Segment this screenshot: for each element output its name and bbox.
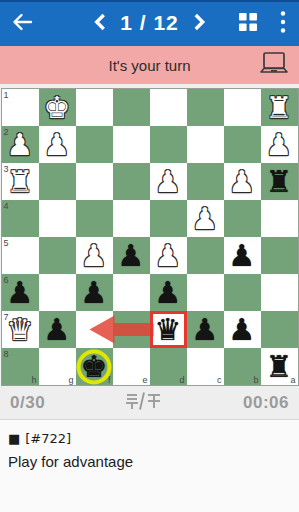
square-e5[interactable]: ♟ xyxy=(113,237,150,274)
piece-wK-g1: ♚ xyxy=(39,89,76,126)
square-h6[interactable]: 6♟ xyxy=(2,274,39,311)
puzzle-pager: 1 / 12 xyxy=(91,0,208,46)
square-e1[interactable] xyxy=(113,89,150,126)
piece-wP-f5: ♟ xyxy=(76,237,113,274)
piece-wP-a2: ♟ xyxy=(261,126,298,163)
square-d4[interactable] xyxy=(150,200,187,237)
square-b2[interactable] xyxy=(224,126,261,163)
app-bar: 1 / 12 xyxy=(0,0,299,46)
square-a2[interactable]: ♟ xyxy=(261,126,298,163)
square-c3[interactable] xyxy=(187,163,224,200)
next-puzzle-button[interactable] xyxy=(192,13,208,33)
piece-wP-c4: ♟ xyxy=(187,200,224,237)
piece-bP-b7: ♟ xyxy=(224,311,261,348)
square-d1[interactable] xyxy=(150,89,187,126)
square-e3[interactable] xyxy=(113,163,150,200)
puzzle-counter: 1 / 12 xyxy=(120,11,179,35)
square-e7[interactable] xyxy=(113,311,150,348)
square-h5[interactable]: 5 xyxy=(2,237,39,274)
piece-bR-a8: ♜ xyxy=(261,348,298,385)
square-g7[interactable]: ♟ xyxy=(39,311,76,348)
square-a7[interactable] xyxy=(261,311,298,348)
piece-wP-b3: ♟ xyxy=(224,163,261,200)
board-frame: 1♚♜2♟♟♟3♜♟♟♜4♟5♟♟♟♟6♟♟♟7♛♟♛♟♟8hgf♚edcba♜ xyxy=(1,88,299,386)
square-e2[interactable] xyxy=(113,126,150,163)
square-b7[interactable]: ♟ xyxy=(224,311,261,348)
turn-banner-text: It's your turn xyxy=(108,57,190,74)
square-b4[interactable] xyxy=(224,200,261,237)
previous-puzzle-button[interactable] xyxy=(91,13,107,33)
square-b8[interactable]: b xyxy=(224,348,261,385)
app-bar-actions xyxy=(235,0,293,46)
back-button[interactable] xyxy=(8,9,36,37)
piece-bP-b5: ♟ xyxy=(224,237,261,274)
square-d7[interactable]: ♛ xyxy=(150,311,187,348)
piece-wR-h3: ♜ xyxy=(2,163,39,200)
piece-bR-a3: ♜ xyxy=(261,163,298,200)
piece-wP-h2: ♟ xyxy=(2,126,39,163)
puzzle-task: Play for advantage xyxy=(8,453,291,470)
turn-banner: It's your turn xyxy=(0,46,299,84)
square-a3[interactable]: ♜ xyxy=(261,163,298,200)
rank-label-8: 8 xyxy=(4,349,9,359)
piece-bP-c7: ♟ xyxy=(187,311,224,348)
puzzle-id: [#722] xyxy=(25,431,71,446)
piece-wP-d3: ♟ xyxy=(150,163,187,200)
square-c4[interactable]: ♟ xyxy=(187,200,224,237)
square-h2[interactable]: 2♟ xyxy=(2,126,39,163)
square-f7[interactable] xyxy=(76,311,113,348)
square-f2[interactable] xyxy=(76,126,113,163)
piece-wP-d5: ♟ xyxy=(150,237,187,274)
file-label-g: g xyxy=(68,375,73,385)
bottom-status-bar: 0/30 00:06 xyxy=(0,386,299,420)
piece-bP-d6: ♟ xyxy=(150,274,187,311)
square-d3[interactable]: ♟ xyxy=(150,163,187,200)
piece-wP-g2: ♟ xyxy=(39,126,76,163)
square-b5[interactable]: ♟ xyxy=(224,237,261,274)
info-panel: ■ [#722] Play for advantage xyxy=(0,420,299,512)
square-d8[interactable]: d xyxy=(150,348,187,385)
square-g2[interactable]: ♟ xyxy=(39,126,76,163)
square-g8[interactable]: g xyxy=(39,348,76,385)
file-label-b: b xyxy=(253,375,258,385)
file-label-d: d xyxy=(179,375,184,385)
file-label-c: c xyxy=(217,375,222,385)
piece-bP-e5: ♟ xyxy=(113,237,150,274)
arrow-left-icon xyxy=(9,9,35,38)
grid-icon xyxy=(239,13,257,34)
piece-bK-f8: ♚ xyxy=(76,348,113,385)
square-h8[interactable]: 8h xyxy=(2,348,39,385)
square-f6[interactable]: ♟ xyxy=(76,274,113,311)
rank-label-1: 1 xyxy=(4,90,9,100)
puzzle-id-line: ■ [#722] xyxy=(8,431,291,446)
square-d6[interactable]: ♟ xyxy=(150,274,187,311)
piece-bP-f6: ♟ xyxy=(76,274,113,311)
square-f5[interactable]: ♟ xyxy=(76,237,113,274)
square-a1[interactable]: ♜ xyxy=(261,89,298,126)
square-g5[interactable] xyxy=(39,237,76,274)
square-f4[interactable] xyxy=(76,200,113,237)
square-b1[interactable] xyxy=(224,89,261,126)
square-c2[interactable] xyxy=(187,126,224,163)
square-c5[interactable] xyxy=(187,237,224,274)
chevron-left-icon xyxy=(92,12,106,35)
square-b6[interactable] xyxy=(224,274,261,311)
square-e4[interactable] xyxy=(113,200,150,237)
square-c6[interactable] xyxy=(187,274,224,311)
square-a4[interactable] xyxy=(261,200,298,237)
chess-board: 1♚♜2♟♟♟3♜♟♟♜4♟5♟♟♟♟6♟♟♟7♛♟♛♟♟8hgf♚edcba♜ xyxy=(2,89,298,385)
laptop-icon[interactable] xyxy=(258,50,290,84)
square-f1[interactable] xyxy=(76,89,113,126)
square-e6[interactable] xyxy=(113,274,150,311)
score-counter: 0/30 xyxy=(10,393,45,413)
piece-wR-a1: ♜ xyxy=(261,89,298,126)
square-g6[interactable] xyxy=(39,274,76,311)
timer: 00:06 xyxy=(243,393,289,413)
app-screen: 1 / 12 xyxy=(0,0,299,512)
square-a5[interactable] xyxy=(261,237,298,274)
file-label-h: h xyxy=(31,375,36,385)
piece-wQ-h7: ♛ xyxy=(2,311,39,348)
square-d5[interactable]: ♟ xyxy=(150,237,187,274)
piece-bP-g7: ♟ xyxy=(39,311,76,348)
chevron-right-icon xyxy=(193,12,207,35)
rank-label-5: 5 xyxy=(4,238,9,248)
square-f8[interactable]: f♚ xyxy=(76,348,113,385)
piece-bQ-d7: ♛ xyxy=(150,311,187,348)
square-h1[interactable]: 1 xyxy=(2,89,39,126)
square-a8[interactable]: a♜ xyxy=(261,348,298,385)
piece-bP-h6: ♟ xyxy=(2,274,39,311)
file-label-e: e xyxy=(142,375,147,385)
bullet-icon: ■ xyxy=(8,431,20,446)
square-h4[interactable]: 4 xyxy=(2,200,39,237)
rank-label-4: 4 xyxy=(4,201,9,211)
square-h3[interactable]: 3♜ xyxy=(2,163,39,200)
evaluation-goal-icon xyxy=(124,391,164,415)
square-c8[interactable]: c xyxy=(187,348,224,385)
square-c7[interactable]: ♟ xyxy=(187,311,224,348)
dots-vertical-icon xyxy=(280,10,286,37)
puzzle-list-button[interactable] xyxy=(235,10,261,36)
overflow-menu-button[interactable] xyxy=(273,10,293,36)
square-g4[interactable] xyxy=(39,200,76,237)
square-d2[interactable] xyxy=(150,126,187,163)
square-h7[interactable]: 7♛ xyxy=(2,311,39,348)
square-g1[interactable]: ♚ xyxy=(39,89,76,126)
square-b3[interactable]: ♟ xyxy=(224,163,261,200)
square-a6[interactable] xyxy=(261,274,298,311)
square-c1[interactable] xyxy=(187,89,224,126)
square-g3[interactable] xyxy=(39,163,76,200)
square-e8[interactable]: e xyxy=(113,348,150,385)
square-f3[interactable] xyxy=(76,163,113,200)
